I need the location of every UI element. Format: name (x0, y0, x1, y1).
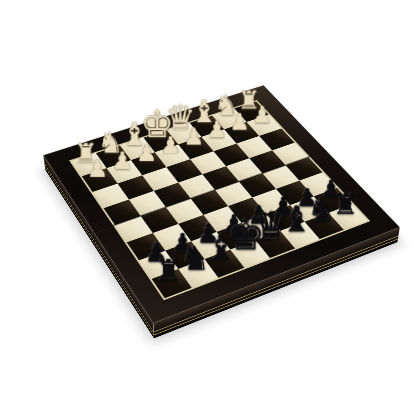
product-photo-stage: ♜♞♟♝♟♛♟♚♟♝♟♞♟♜♟♟♟♟♜♟♞♟♝♟♛♟♚♟♝♟♞♜ (0, 0, 420, 420)
chess-board: ♜♞♟♝♟♛♟♚♟♝♟♞♟♜♟♟♟♟♜♟♞♟♝♟♛♟♚♟♝♟♞♜ (43, 85, 399, 323)
chess-board-scene: ♜♞♟♝♟♛♟♚♟♝♟♞♟♜♟♟♟♟♜♟♞♟♝♟♛♟♚♟♝♟♞♜ (45, 100, 397, 339)
white-pawn-glyph: ♟ (67, 157, 127, 181)
black-rook-glyph: ♜ (135, 255, 202, 285)
pieces-layer: ♜♞♟♝♟♛♟♚♟♝♟♞♟♜♟♟♟♟♜♟♞♟♝♟♛♟♚♟♝♟♞♜ (43, 85, 399, 323)
